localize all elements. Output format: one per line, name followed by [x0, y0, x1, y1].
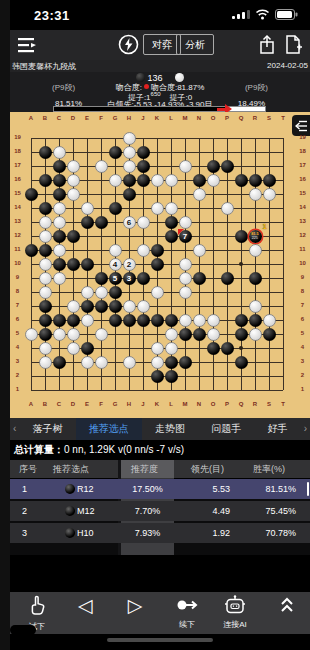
coordinate-letter: R: [250, 115, 260, 121]
black-stone[interactable]: [221, 272, 234, 285]
white-stone[interactable]: [53, 244, 66, 257]
white-stone[interactable]: [81, 356, 94, 369]
coordinate-letter: G: [110, 401, 120, 407]
coordinate-letter: O: [208, 401, 218, 407]
row-move: R12: [77, 479, 94, 499]
black-stone[interactable]: [53, 230, 66, 243]
prev-icon: ◁: [60, 595, 110, 617]
row-score: 17.50%: [121, 479, 174, 499]
coordinate-number: 19: [12, 134, 23, 140]
bottom-toolbar: 试下 ◁ ▷ 续下 连接AI: [10, 592, 310, 634]
black-stone[interactable]: [53, 174, 66, 187]
coordinate-number: 3: [297, 358, 308, 364]
black-stone-icon: [136, 73, 145, 82]
coordinate-number: 13: [297, 218, 308, 224]
coordinate-letter: K: [152, 401, 162, 407]
coordinate-number: 8: [297, 288, 308, 294]
coordinate-number: 7: [297, 302, 308, 308]
white-stone[interactable]: [109, 244, 122, 257]
coordinate-letter: T: [278, 401, 288, 407]
black-stone[interactable]: [137, 174, 150, 187]
coordinate-number: 17: [297, 162, 308, 168]
black-stone[interactable]: [39, 244, 52, 257]
white-stone[interactable]: [151, 342, 164, 355]
black-stone[interactable]: [109, 314, 122, 327]
white-stone[interactable]: [123, 300, 136, 313]
black-stone[interactable]: [67, 230, 80, 243]
candidate-move-stone[interactable]: 81.52251: [249, 230, 262, 243]
black-stone[interactable]: [39, 174, 52, 187]
white-stone[interactable]: [81, 314, 94, 327]
coordinate-number: 11: [297, 246, 308, 252]
cellular-signal-icon: [232, 10, 250, 19]
next-icon: ▷: [110, 595, 160, 617]
black-stone[interactable]: [151, 258, 164, 271]
coordinate-letter: E: [82, 401, 92, 407]
header-move: 推荐选点: [53, 460, 89, 478]
battery-icon: [275, 9, 298, 20]
black-stone-icon: [65, 484, 75, 494]
grid-line-v: [283, 138, 284, 390]
coordinate-letter: L: [166, 115, 176, 121]
white-stone[interactable]: [67, 342, 80, 355]
coordinate-number: 10: [12, 260, 23, 266]
coordinate-number: 10: [297, 260, 308, 266]
continue-icon: [174, 595, 200, 615]
black-stone[interactable]: [165, 216, 178, 229]
coordinate-number: 5: [12, 330, 23, 336]
black-stone[interactable]: [165, 370, 178, 383]
black-stone[interactable]: 3: [123, 272, 136, 285]
title-row: 韩国麦馨杯九段战 2024-02-05: [10, 60, 310, 72]
black-stone[interactable]: [109, 202, 122, 215]
coordinate-number: 16: [12, 176, 23, 182]
black-stone[interactable]: [221, 160, 234, 173]
black-stone[interactable]: [39, 300, 52, 313]
white-stone[interactable]: [123, 146, 136, 159]
white-stone[interactable]: [53, 202, 66, 215]
coordinate-number: 4: [297, 344, 308, 350]
white-stone[interactable]: [263, 188, 276, 201]
black-stone[interactable]: [151, 370, 164, 383]
black-stone[interactable]: [249, 314, 262, 327]
coordinate-letter: Q: [236, 115, 246, 121]
tab-1[interactable]: 落子树: [19, 418, 75, 440]
stats-value: 0 nn, 1.29K v(0 nn/s -7 v/s): [64, 444, 184, 455]
next-move-button[interactable]: ▷: [110, 595, 160, 617]
grid-line-h: [31, 390, 283, 391]
white-stone[interactable]: [179, 286, 192, 299]
go-board[interactable]: AABBCCDDEEFFGGHHJJKKLLMMNNOOPPQQRRSSTT19…: [10, 112, 310, 418]
coordinate-number: 11: [12, 246, 23, 252]
white-stone[interactable]: [95, 160, 108, 173]
black-stone[interactable]: [123, 174, 136, 187]
coordinate-number: 4: [12, 344, 23, 350]
tab-3[interactable]: 走势图: [142, 418, 198, 440]
white-stone[interactable]: [151, 356, 164, 369]
coordinate-number: 12: [297, 232, 308, 238]
black-stone[interactable]: [67, 258, 80, 271]
coordinate-letter: E: [82, 115, 92, 121]
white-stone[interactable]: [109, 174, 122, 187]
home-indicator[interactable]: [107, 638, 213, 642]
white-stone[interactable]: 2: [123, 258, 136, 271]
app-screen: 23:31 对弈: [10, 0, 310, 650]
white-stone[interactable]: [137, 244, 150, 257]
white-stone[interactable]: [137, 300, 150, 313]
black-stone[interactable]: [151, 314, 164, 327]
coordinate-letter: C: [54, 401, 64, 407]
black-stone[interactable]: [81, 216, 94, 229]
white-stone[interactable]: [67, 160, 80, 173]
star-point: [239, 262, 243, 266]
scrollbar[interactable]: [307, 482, 309, 496]
coordinate-number: 17: [12, 162, 23, 168]
white-stone[interactable]: [123, 160, 136, 173]
game-date: 2024-02-05: [267, 61, 308, 70]
coordinate-letter: C: [54, 115, 64, 121]
connect-ai-button[interactable]: 连接AI: [210, 595, 260, 630]
chevrons-up-icon: [278, 595, 296, 615]
row-rank: 1: [22, 479, 27, 499]
coordinate-number: 19: [297, 134, 308, 140]
black-stone[interactable]: [95, 216, 108, 229]
tab-2[interactable]: 推荐选点: [76, 418, 142, 440]
white-stone[interactable]: [249, 300, 262, 313]
coordinate-letter: F: [96, 115, 106, 121]
coordinate-number: 18: [297, 148, 308, 154]
tabs-scroll-right[interactable]: ›: [301, 418, 310, 440]
header-winrate: 胜率(%): [253, 460, 285, 478]
black-stone[interactable]: [263, 174, 276, 187]
coordinate-number: 12: [12, 232, 23, 238]
white-stone[interactable]: [165, 328, 178, 341]
white-stone[interactable]: [249, 188, 262, 201]
black-stone[interactable]: [193, 174, 206, 187]
new-document-icon[interactable]: [284, 34, 302, 56]
coordinate-number: 8: [12, 288, 23, 294]
white-stone[interactable]: [207, 314, 220, 327]
white-stone[interactable]: [151, 174, 164, 187]
black-stone[interactable]: [81, 258, 94, 271]
black-stone[interactable]: [53, 188, 66, 201]
coordinate-number: 6: [12, 316, 23, 322]
white-stone[interactable]: [53, 146, 66, 159]
hand-icon: [27, 595, 47, 617]
header-lead: 领先(目): [191, 460, 224, 478]
black-stone[interactable]: [179, 356, 192, 369]
status-bar: 23:31: [10, 0, 310, 30]
coordinate-letter: K: [152, 115, 162, 121]
last-move-marker: [178, 229, 184, 235]
black-stone[interactable]: [207, 342, 220, 355]
white-stone[interactable]: [123, 132, 136, 145]
corner-overlay: [10, 625, 36, 635]
black-stone[interactable]: [25, 188, 38, 201]
coordinate-letter: N: [194, 115, 204, 121]
coordinate-letter: Q: [236, 401, 246, 407]
coordinate-letter: A: [26, 401, 36, 407]
coordinate-number: 16: [297, 176, 308, 182]
black-stone[interactable]: [235, 314, 248, 327]
prev-move-button[interactable]: ◁: [60, 595, 110, 617]
row-winrate: 75.45%: [238, 501, 296, 521]
coordinate-letter: H: [124, 401, 134, 407]
black-stone[interactable]: [179, 328, 192, 341]
white-stone[interactable]: 4: [109, 258, 122, 271]
tab-4[interactable]: 问题手: [198, 418, 254, 440]
wifi-icon: [255, 9, 270, 20]
white-stone[interactable]: [207, 328, 220, 341]
white-stone[interactable]: [165, 202, 178, 215]
black-stone[interactable]: [221, 342, 234, 355]
black-stone[interactable]: [151, 244, 164, 257]
move-number-label: 3: [127, 272, 131, 285]
analysis-tab-bar: ‹落子树推荐选点走势图问题手好手›: [10, 418, 310, 440]
candidate-visits: 225: [252, 236, 258, 240]
coordinate-letter: P: [222, 115, 232, 121]
row-rank: 2: [22, 501, 27, 521]
coordinate-letter: F: [96, 401, 106, 407]
black-stone[interactable]: [235, 356, 248, 369]
coordinate-number: 15: [297, 190, 308, 196]
black-stone[interactable]: [123, 188, 136, 201]
event-title: 韩国麦馨杯九段战: [12, 61, 76, 72]
coordinate-number: 2: [297, 372, 308, 378]
black-stone[interactable]: [53, 160, 66, 173]
black-stone[interactable]: [193, 272, 206, 285]
white-stone[interactable]: [81, 286, 94, 299]
row-move: H10: [77, 523, 94, 543]
black-stone[interactable]: [95, 272, 108, 285]
black-stone[interactable]: 7: [179, 230, 192, 243]
white-stone[interactable]: [67, 328, 80, 341]
white-stone[interactable]: [25, 328, 38, 341]
coordinate-number: 1: [12, 386, 23, 392]
row-score: 7.93%: [121, 523, 174, 543]
black-stone[interactable]: [39, 314, 52, 327]
move-number-label: 6: [127, 216, 131, 229]
recommendation-row[interactable]: 1R1217.50%5.5381.51%: [10, 479, 310, 499]
coordinate-letter: R: [250, 401, 260, 407]
white-stone[interactable]: [95, 286, 108, 299]
coordinate-letter: G: [110, 115, 120, 121]
stats-label: 总计算量：: [14, 444, 64, 455]
captures-superscript: 650: [151, 91, 161, 97]
coordinate-letter: M: [180, 115, 190, 121]
white-stone[interactable]: [179, 258, 192, 271]
white-stone[interactable]: [249, 244, 262, 257]
white-stone[interactable]: [95, 328, 108, 341]
white-stone[interactable]: [67, 188, 80, 201]
coordinate-letter: J: [138, 115, 148, 121]
row-winrate: 81.51%: [238, 479, 296, 499]
black-stone[interactable]: [207, 160, 220, 173]
white-stone[interactable]: [207, 174, 220, 187]
black-stone[interactable]: [39, 202, 52, 215]
black-stone[interactable]: [109, 146, 122, 159]
coordinate-letter: H: [124, 115, 134, 121]
robot-icon: [223, 595, 247, 615]
white-stone[interactable]: [95, 356, 108, 369]
coordinate-number: 14: [12, 204, 23, 210]
black-stone[interactable]: [165, 230, 178, 243]
header-rank: 序号: [19, 460, 37, 478]
coordinate-number: 5: [297, 330, 308, 336]
move-number-label: 5: [113, 272, 117, 285]
coordinate-letter: L: [166, 401, 176, 407]
white-stone[interactable]: [53, 328, 66, 341]
white-stone[interactable]: 6: [123, 216, 136, 229]
coordinate-letter: N: [194, 401, 204, 407]
black-stone[interactable]: [53, 314, 66, 327]
continue-button[interactable]: 续下: [162, 595, 212, 630]
coordinate-number: 2: [12, 372, 23, 378]
engine-power-icon[interactable]: [118, 34, 139, 55]
coordinate-number: 1: [297, 386, 308, 392]
black-stone-icon: [65, 528, 75, 538]
white-stone[interactable]: [123, 356, 136, 369]
black-stone[interactable]: [109, 300, 122, 313]
coordinate-letter: T: [278, 115, 288, 121]
black-stone[interactable]: [123, 314, 136, 327]
row-lead: 1.92: [180, 523, 230, 543]
white-stone[interactable]: [39, 258, 52, 271]
white-stone[interactable]: [179, 314, 192, 327]
white-stone[interactable]: [67, 300, 80, 313]
black-stone[interactable]: [39, 328, 52, 341]
candidate-rank-badge: 1: [263, 223, 267, 230]
coordinate-letter: M: [180, 401, 190, 407]
coordinate-letter: P: [222, 401, 232, 407]
recommendation-row[interactable]: 3H107.93%1.9270.78%: [10, 523, 310, 543]
tab-5[interactable]: 好手: [254, 418, 300, 440]
coordinate-number: 14: [297, 204, 308, 210]
white-stone[interactable]: [193, 188, 206, 201]
white-stone[interactable]: [39, 216, 52, 229]
row-lead: 5.53: [180, 479, 230, 499]
tabs-scroll-left[interactable]: ‹: [10, 418, 19, 440]
black-stone[interactable]: [137, 272, 150, 285]
white-stone[interactable]: [81, 202, 94, 215]
coordinate-letter: O: [208, 115, 218, 121]
black-stone[interactable]: [67, 314, 80, 327]
white-stone[interactable]: [263, 314, 276, 327]
white-stone[interactable]: [39, 230, 52, 243]
coordinate-letter: A: [26, 115, 36, 121]
black-stone-icon: [65, 506, 75, 516]
nav-bar: 对弈 分析: [10, 30, 310, 60]
black-stone[interactable]: [53, 356, 66, 369]
black-stone[interactable]: [25, 244, 38, 257]
coordinate-number: 18: [12, 148, 23, 154]
grid-line-h: [31, 278, 283, 279]
coordinate-number: 15: [12, 190, 23, 196]
menu-icon[interactable]: [17, 35, 39, 55]
white-stone[interactable]: [165, 174, 178, 187]
row-winrate: 70.78%: [238, 523, 296, 543]
black-stone[interactable]: [81, 342, 94, 355]
collapse-panel-button[interactable]: [292, 115, 310, 136]
coordinate-number: 3: [12, 358, 23, 364]
black-stone[interactable]: [137, 146, 150, 159]
row-rank: 3: [22, 523, 27, 543]
row-move: M12: [77, 501, 95, 521]
white-stone[interactable]: [39, 356, 52, 369]
coordinate-letter: S: [264, 401, 274, 407]
recommendation-table: 1R1217.50%5.5381.51%2M127.70%4.4975.45%3…: [10, 479, 310, 555]
black-stone[interactable]: [39, 146, 52, 159]
white-stone[interactable]: [137, 216, 150, 229]
black-stone[interactable]: [165, 356, 178, 369]
coordinate-number: 7: [12, 302, 23, 308]
analyze-mode-button[interactable]: 分析: [176, 34, 214, 55]
white-stone[interactable]: [165, 342, 178, 355]
computation-stats: 总计算量：0 nn, 1.29K v(0 nn/s -7 v/s): [10, 440, 310, 460]
white-stone[interactable]: [39, 286, 52, 299]
move-number-label: 4: [113, 258, 117, 271]
black-stone[interactable]: [95, 300, 108, 313]
clock: 23:31: [34, 8, 70, 23]
white-stone[interactable]: [39, 342, 52, 355]
black-stone[interactable]: 5: [109, 272, 122, 285]
white-stone[interactable]: [193, 244, 206, 257]
black-stone[interactable]: [249, 272, 262, 285]
white-stone[interactable]: [193, 314, 206, 327]
black-stone[interactable]: [137, 160, 150, 173]
black-stone[interactable]: [193, 328, 206, 341]
black-stone[interactable]: [137, 314, 150, 327]
coordinate-letter: D: [68, 401, 78, 407]
black-stone[interactable]: [165, 314, 178, 327]
black-stone[interactable]: [235, 230, 248, 243]
coordinate-number: 9: [12, 274, 23, 280]
white-stone[interactable]: [221, 202, 234, 215]
white-stone-icon: [175, 73, 184, 82]
white-stone[interactable]: [39, 272, 52, 285]
black-stone[interactable]: [235, 174, 248, 187]
white-stone[interactable]: [151, 202, 164, 215]
black-stone[interactable]: [53, 258, 66, 271]
white-stone[interactable]: [53, 272, 66, 285]
white-stone[interactable]: [179, 272, 192, 285]
white-stone[interactable]: [249, 328, 262, 341]
black-stone[interactable]: [235, 328, 248, 341]
white-stone[interactable]: [67, 174, 80, 187]
expand-panel-button[interactable]: [262, 595, 310, 619]
white-stone[interactable]: [179, 160, 192, 173]
recommendation-row[interactable]: 2M127.70%4.4975.45%: [10, 501, 310, 521]
coordinate-letter: J: [138, 401, 148, 407]
coordinate-number: 13: [12, 218, 23, 224]
star-point: [239, 346, 243, 350]
share-icon[interactable]: [258, 34, 276, 56]
coordinate-letter: B: [40, 401, 50, 407]
white-stone[interactable]: [151, 286, 164, 299]
row-lead: 4.49: [180, 501, 230, 521]
coordinate-letter: S: [264, 115, 274, 121]
move-number-label: 2: [127, 258, 131, 271]
black-stone[interactable]: [109, 286, 122, 299]
row-score: 7.70%: [121, 501, 174, 521]
black-stone[interactable]: [263, 328, 276, 341]
white-stone[interactable]: [179, 216, 192, 229]
turn-indicator-dot: [144, 84, 149, 89]
black-stone[interactable]: [249, 174, 262, 187]
coordinate-letter: D: [68, 115, 78, 121]
white-stone[interactable]: [53, 216, 66, 229]
black-stone[interactable]: [81, 300, 94, 313]
